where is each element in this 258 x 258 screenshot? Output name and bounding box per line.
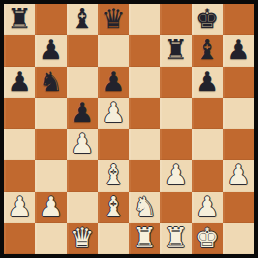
square-e1[interactable]: ♜ xyxy=(129,223,160,254)
square-h4[interactable] xyxy=(223,129,254,160)
white-rook-f1[interactable]: ♜ xyxy=(164,224,188,251)
square-g6[interactable]: ♟ xyxy=(192,67,223,98)
square-a5[interactable] xyxy=(4,98,35,129)
square-h8[interactable] xyxy=(223,4,254,35)
black-pawn-a6[interactable]: ♟ xyxy=(8,68,32,95)
white-queen-c1[interactable]: ♛ xyxy=(70,224,94,251)
square-e7[interactable] xyxy=(129,35,160,66)
black-bishop-c8[interactable]: ♝ xyxy=(70,5,94,32)
square-e6[interactable] xyxy=(129,67,160,98)
white-pawn-h3[interactable]: ♟ xyxy=(226,161,250,188)
square-c1[interactable]: ♛ xyxy=(67,223,98,254)
chess-board: ♜♝♛♚♟♜♝♟♟♞♟♟♟♟♟♝♟♟♟♟♝♞♟♛♜♜♚ xyxy=(4,4,254,254)
square-a3[interactable] xyxy=(4,160,35,191)
black-rook-f7[interactable]: ♜ xyxy=(164,36,188,63)
square-a1[interactable] xyxy=(4,223,35,254)
white-knight-e2[interactable]: ♞ xyxy=(133,193,157,220)
square-b7[interactable]: ♟ xyxy=(35,35,66,66)
square-c5[interactable]: ♟ xyxy=(67,98,98,129)
white-pawn-c4[interactable]: ♟ xyxy=(70,130,94,157)
square-a8[interactable]: ♜ xyxy=(4,4,35,35)
black-pawn-d6[interactable]: ♟ xyxy=(101,68,125,95)
square-g7[interactable]: ♝ xyxy=(192,35,223,66)
square-f7[interactable]: ♜ xyxy=(160,35,191,66)
square-a4[interactable] xyxy=(4,129,35,160)
black-king-g8[interactable]: ♚ xyxy=(195,5,219,32)
white-bishop-d3[interactable]: ♝ xyxy=(101,161,125,188)
square-e4[interactable] xyxy=(129,129,160,160)
square-d4[interactable] xyxy=(98,129,129,160)
black-pawn-c5[interactable]: ♟ xyxy=(70,99,94,126)
square-f3[interactable]: ♟ xyxy=(160,160,191,191)
white-pawn-g2[interactable]: ♟ xyxy=(195,193,219,220)
black-bishop-g7[interactable]: ♝ xyxy=(195,36,219,63)
square-c7[interactable] xyxy=(67,35,98,66)
square-a2[interactable]: ♟ xyxy=(4,192,35,223)
white-king-g1[interactable]: ♚ xyxy=(195,224,219,251)
square-c2[interactable] xyxy=(67,192,98,223)
square-h3[interactable]: ♟ xyxy=(223,160,254,191)
square-c4[interactable]: ♟ xyxy=(67,129,98,160)
square-f8[interactable] xyxy=(160,4,191,35)
black-pawn-h7[interactable]: ♟ xyxy=(226,36,250,63)
square-f1[interactable]: ♜ xyxy=(160,223,191,254)
square-b5[interactable] xyxy=(35,98,66,129)
white-pawn-d5[interactable]: ♟ xyxy=(101,99,125,126)
square-d1[interactable] xyxy=(98,223,129,254)
white-rook-e1[interactable]: ♜ xyxy=(133,224,157,251)
square-f2[interactable] xyxy=(160,192,191,223)
square-d5[interactable]: ♟ xyxy=(98,98,129,129)
square-e5[interactable] xyxy=(129,98,160,129)
square-c6[interactable] xyxy=(67,67,98,98)
square-b4[interactable] xyxy=(35,129,66,160)
black-pawn-g6[interactable]: ♟ xyxy=(195,68,219,95)
square-a6[interactable]: ♟ xyxy=(4,67,35,98)
square-e3[interactable] xyxy=(129,160,160,191)
square-g3[interactable] xyxy=(192,160,223,191)
square-c3[interactable] xyxy=(67,160,98,191)
square-d8[interactable]: ♛ xyxy=(98,4,129,35)
square-c8[interactable]: ♝ xyxy=(67,4,98,35)
square-h5[interactable] xyxy=(223,98,254,129)
square-e8[interactable] xyxy=(129,4,160,35)
black-pawn-b7[interactable]: ♟ xyxy=(39,36,63,63)
square-d6[interactable]: ♟ xyxy=(98,67,129,98)
white-pawn-f3[interactable]: ♟ xyxy=(164,161,188,188)
square-f6[interactable] xyxy=(160,67,191,98)
square-d3[interactable]: ♝ xyxy=(98,160,129,191)
square-h2[interactable] xyxy=(223,192,254,223)
square-a7[interactable] xyxy=(4,35,35,66)
square-g5[interactable] xyxy=(192,98,223,129)
square-e2[interactable]: ♞ xyxy=(129,192,160,223)
square-b3[interactable] xyxy=(35,160,66,191)
square-b1[interactable] xyxy=(35,223,66,254)
square-g2[interactable]: ♟ xyxy=(192,192,223,223)
square-f5[interactable] xyxy=(160,98,191,129)
black-knight-b6[interactable]: ♞ xyxy=(39,68,63,95)
chess-board-frame: ♜♝♛♚♟♜♝♟♟♞♟♟♟♟♟♝♟♟♟♟♝♞♟♛♜♜♚ xyxy=(0,0,258,258)
square-b6[interactable]: ♞ xyxy=(35,67,66,98)
square-g4[interactable] xyxy=(192,129,223,160)
white-pawn-b2[interactable]: ♟ xyxy=(39,193,63,220)
square-b8[interactable] xyxy=(35,4,66,35)
square-g1[interactable]: ♚ xyxy=(192,223,223,254)
square-h7[interactable]: ♟ xyxy=(223,35,254,66)
white-pawn-a2[interactable]: ♟ xyxy=(8,193,32,220)
square-d7[interactable] xyxy=(98,35,129,66)
square-h1[interactable] xyxy=(223,223,254,254)
black-rook-a8[interactable]: ♜ xyxy=(8,5,32,32)
square-h6[interactable] xyxy=(223,67,254,98)
black-queen-d8[interactable]: ♛ xyxy=(101,5,125,32)
square-d2[interactable]: ♝ xyxy=(98,192,129,223)
square-f4[interactable] xyxy=(160,129,191,160)
square-b2[interactable]: ♟ xyxy=(35,192,66,223)
square-g8[interactable]: ♚ xyxy=(192,4,223,35)
white-bishop-d2[interactable]: ♝ xyxy=(101,193,125,220)
